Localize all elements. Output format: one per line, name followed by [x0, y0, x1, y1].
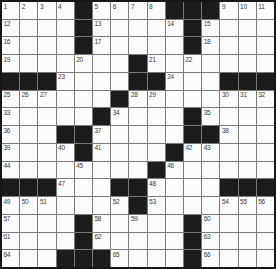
- white-cell-r1c6[interactable]: 5: [93, 2, 110, 19]
- clue-number-48: 48: [149, 180, 156, 187]
- clue-number-47: 47: [58, 180, 65, 187]
- white-cell-r13c4[interactable]: [57, 215, 74, 232]
- white-cell-r1c4[interactable]: 4: [57, 2, 74, 19]
- white-cell-r10c13[interactable]: [220, 162, 237, 179]
- white-cell-r12c12[interactable]: [202, 197, 219, 214]
- white-cell-r8c2[interactable]: [20, 126, 37, 143]
- black-cell-r14c5: [75, 233, 92, 250]
- black-cell-r5c15: [257, 73, 274, 90]
- clue-number-63: 63: [204, 233, 211, 240]
- white-cell-r8c3[interactable]: [38, 126, 55, 143]
- white-cell-r9c7[interactable]: [111, 144, 128, 161]
- white-cell-r2c7[interactable]: [111, 20, 128, 37]
- white-cell-r12c7[interactable]: 52: [111, 197, 128, 214]
- white-cell-r7c14[interactable]: [239, 108, 256, 125]
- black-cell-r4c8: [129, 55, 146, 72]
- white-cell-r7c7[interactable]: 34: [111, 108, 128, 125]
- white-cell-r5c11[interactable]: [184, 73, 201, 90]
- black-cell-r13c11: [184, 215, 201, 232]
- black-cell-r11c2: [20, 179, 37, 196]
- white-cell-r13c9[interactable]: [148, 215, 165, 232]
- white-cell-r6c13[interactable]: 30: [220, 91, 237, 108]
- white-cell-r1c1[interactable]: 1: [2, 2, 19, 19]
- white-cell-r14c6[interactable]: 62: [93, 233, 110, 250]
- white-cell-r6c15[interactable]: 32: [257, 91, 274, 108]
- clue-number-64: 64: [4, 251, 11, 258]
- white-cell-r14c8[interactable]: [129, 233, 146, 250]
- white-cell-r1c2[interactable]: 2: [20, 2, 37, 19]
- clue-number-53: 53: [149, 198, 156, 205]
- black-cell-r11c13: [220, 179, 237, 196]
- clue-number-15: 15: [204, 20, 211, 27]
- white-cell-r1c14[interactable]: 10: [239, 2, 256, 19]
- white-cell-r9c6[interactable]: 41: [93, 144, 110, 161]
- white-cell-r4c9[interactable]: 21: [148, 55, 165, 72]
- white-cell-r11c10[interactable]: [166, 179, 183, 196]
- white-cell-r2c6[interactable]: 13: [93, 20, 110, 37]
- clue-number-10: 10: [240, 3, 247, 10]
- clue-number-59: 59: [131, 215, 138, 222]
- white-cell-r13c8[interactable]: 59: [129, 215, 146, 232]
- black-cell-r7c6: [93, 108, 110, 125]
- white-cell-r9c2[interactable]: [20, 144, 37, 161]
- clue-number-56: 56: [258, 198, 265, 205]
- clue-number-22: 22: [186, 56, 193, 63]
- white-cell-r3c14[interactable]: [239, 37, 256, 54]
- white-cell-r10c1[interactable]: 44: [2, 162, 19, 179]
- white-cell-r5c10[interactable]: 24: [166, 73, 183, 90]
- white-cell-r9c11[interactable]: 42: [184, 144, 201, 161]
- white-cell-r14c7[interactable]: [111, 233, 128, 250]
- white-cell-r5c4[interactable]: 23: [57, 73, 74, 90]
- white-cell-r3c6[interactable]: 17: [93, 37, 110, 54]
- white-cell-r4c12[interactable]: [202, 55, 219, 72]
- white-cell-r4c7[interactable]: [111, 55, 128, 72]
- clue-number-16: 16: [4, 38, 11, 45]
- white-cell-r11c4[interactable]: 47: [57, 179, 74, 196]
- clue-number-39: 39: [4, 144, 11, 151]
- white-cell-r8c1[interactable]: 36: [2, 126, 19, 143]
- white-cell-r15c15[interactable]: [257, 250, 274, 267]
- white-cell-r15c14[interactable]: [239, 250, 256, 267]
- white-cell-r14c15[interactable]: [257, 233, 274, 250]
- white-cell-r15c8[interactable]: [129, 250, 146, 267]
- clue-number-12: 12: [4, 20, 11, 27]
- white-cell-r6c14[interactable]: 31: [239, 91, 256, 108]
- white-cell-r8c9[interactable]: [148, 126, 165, 143]
- clue-number-57: 57: [4, 215, 11, 222]
- black-cell-r11c15: [257, 179, 274, 196]
- white-cell-r4c11[interactable]: 22: [184, 55, 201, 72]
- white-cell-r14c2[interactable]: [20, 233, 37, 250]
- clue-number-61: 61: [4, 233, 11, 240]
- white-cell-r10c10[interactable]: 46: [166, 162, 183, 179]
- white-cell-r2c8[interactable]: [129, 20, 146, 37]
- clue-number-52: 52: [113, 198, 120, 205]
- white-cell-r15c13[interactable]: [220, 250, 237, 267]
- white-cell-r12c9[interactable]: 53: [148, 197, 165, 214]
- white-cell-r4c14[interactable]: [239, 55, 256, 72]
- white-cell-r1c9[interactable]: 8: [148, 2, 165, 19]
- white-cell-r12c4[interactable]: [57, 197, 74, 214]
- white-cell-r3c10[interactable]: [166, 37, 183, 54]
- white-cell-r13c1[interactable]: 57: [2, 215, 19, 232]
- white-cell-r4c3[interactable]: [38, 55, 55, 72]
- white-cell-r14c1[interactable]: 61: [2, 233, 19, 250]
- white-cell-r14c4[interactable]: [57, 233, 74, 250]
- clue-number-49: 49: [4, 198, 11, 205]
- black-cell-r5c2: [20, 73, 37, 90]
- white-cell-r8c14[interactable]: [239, 126, 256, 143]
- white-cell-r8c6[interactable]: 37: [93, 126, 110, 143]
- white-cell-r11c12[interactable]: [202, 179, 219, 196]
- clue-number-28: 28: [131, 91, 138, 98]
- white-cell-r8c13[interactable]: 38: [220, 126, 237, 143]
- white-cell-r14c10[interactable]: [166, 233, 183, 250]
- white-cell-r15c12[interactable]: 66: [202, 250, 219, 267]
- white-cell-r14c14[interactable]: [239, 233, 256, 250]
- white-cell-r12c5[interactable]: [75, 197, 92, 214]
- white-cell-r2c13[interactable]: [220, 20, 237, 37]
- clue-number-5: 5: [95, 3, 98, 10]
- black-cell-r3c5: [75, 37, 92, 54]
- white-cell-r7c15[interactable]: [257, 108, 274, 125]
- white-cell-r2c12[interactable]: 15: [202, 20, 219, 37]
- clue-number-55: 55: [240, 198, 247, 205]
- black-cell-r1c5: [75, 2, 92, 19]
- clue-number-36: 36: [4, 127, 11, 134]
- white-cell-r4c10[interactable]: [166, 55, 183, 72]
- white-cell-r9c8[interactable]: [129, 144, 146, 161]
- white-cell-r10c7[interactable]: [111, 162, 128, 179]
- black-cell-r8c5: [75, 126, 92, 143]
- white-cell-r12c2[interactable]: 50: [20, 197, 37, 214]
- white-cell-r1c15[interactable]: 11: [257, 2, 274, 19]
- black-cell-r5c14: [239, 73, 256, 90]
- clue-number-44: 44: [4, 162, 11, 169]
- clue-number-6: 6: [113, 3, 116, 10]
- white-cell-r7c4[interactable]: [57, 108, 74, 125]
- clue-number-65: 65: [113, 251, 120, 258]
- white-cell-r3c4[interactable]: [57, 37, 74, 54]
- black-cell-r5c9: [148, 73, 165, 90]
- white-cell-r11c5[interactable]: [75, 179, 92, 196]
- white-cell-r10c2[interactable]: [20, 162, 37, 179]
- white-cell-r4c6[interactable]: [93, 55, 110, 72]
- clue-number-11: 11: [258, 3, 264, 10]
- white-cell-r1c7[interactable]: 6: [111, 2, 128, 19]
- white-cell-r4c4[interactable]: [57, 55, 74, 72]
- black-cell-r1c10: [166, 2, 183, 19]
- white-cell-r6c9[interactable]: 29: [148, 91, 165, 108]
- white-cell-r2c10[interactable]: 14: [166, 20, 183, 37]
- clue-number-51: 51: [40, 198, 47, 205]
- white-cell-r9c14[interactable]: [239, 144, 256, 161]
- white-cell-r13c13[interactable]: [220, 215, 237, 232]
- black-cell-r3c11: [184, 37, 201, 54]
- white-cell-r7c12[interactable]: 35: [202, 108, 219, 125]
- clue-number-54: 54: [222, 198, 229, 205]
- black-cell-r5c3: [38, 73, 55, 90]
- white-cell-r2c3[interactable]: [38, 20, 55, 37]
- crossword-grid: 1234567891011121314151617181920212223242…: [0, 0, 276, 269]
- black-cell-r14c11: [184, 233, 201, 250]
- black-cell-r5c13: [220, 73, 237, 90]
- clue-number-9: 9: [222, 3, 225, 10]
- white-cell-r12c11[interactable]: [184, 197, 201, 214]
- black-cell-r5c8: [129, 73, 146, 90]
- clue-number-24: 24: [167, 73, 174, 80]
- white-cell-r15c7[interactable]: 65: [111, 250, 128, 267]
- black-cell-r11c8: [129, 179, 146, 196]
- white-cell-r15c1[interactable]: 64: [2, 250, 19, 267]
- clue-number-4: 4: [58, 3, 61, 10]
- white-cell-r2c14[interactable]: [239, 20, 256, 37]
- clue-number-26: 26: [22, 91, 29, 98]
- white-cell-r7c9[interactable]: [148, 108, 165, 125]
- white-cell-r3c2[interactable]: [20, 37, 37, 54]
- white-cell-r12c13[interactable]: 54: [220, 197, 237, 214]
- clue-number-35: 35: [204, 109, 211, 116]
- white-cell-r3c7[interactable]: [111, 37, 128, 54]
- black-cell-r11c3: [38, 179, 55, 196]
- white-cell-r9c3[interactable]: [38, 144, 55, 161]
- white-cell-r3c9[interactable]: [148, 37, 165, 54]
- white-cell-r15c2[interactable]: [20, 250, 37, 267]
- white-cell-r6c11[interactable]: [184, 91, 201, 108]
- white-cell-r12c14[interactable]: 55: [239, 197, 256, 214]
- white-cell-r8c15[interactable]: [257, 126, 274, 143]
- white-cell-r6c10[interactable]: [166, 91, 183, 108]
- white-cell-r14c9[interactable]: [148, 233, 165, 250]
- white-cell-r12c3[interactable]: 51: [38, 197, 55, 214]
- white-cell-r8c10[interactable]: [166, 126, 183, 143]
- white-cell-r7c8[interactable]: [129, 108, 146, 125]
- white-cell-r3c8[interactable]: [129, 37, 146, 54]
- white-cell-r5c6[interactable]: [93, 73, 110, 90]
- white-cell-r10c3[interactable]: [38, 162, 55, 179]
- white-cell-r14c13[interactable]: [220, 233, 237, 250]
- white-cell-r13c15[interactable]: [257, 215, 274, 232]
- white-cell-r10c14[interactable]: [239, 162, 256, 179]
- white-cell-r10c5[interactable]: 45: [75, 162, 92, 179]
- clue-number-1: 1: [4, 3, 7, 10]
- clue-number-19: 19: [4, 56, 11, 63]
- white-cell-r13c14[interactable]: [239, 215, 256, 232]
- black-cell-r2c5: [75, 20, 92, 37]
- clue-number-34: 34: [113, 109, 120, 116]
- clue-number-14: 14: [167, 20, 174, 27]
- white-cell-r13c12[interactable]: 60: [202, 215, 219, 232]
- black-cell-r9c10: [166, 144, 183, 161]
- white-cell-r14c12[interactable]: 63: [202, 233, 219, 250]
- white-cell-r13c2[interactable]: [20, 215, 37, 232]
- white-cell-r5c12[interactable]: [202, 73, 219, 90]
- black-cell-r9c5: [75, 144, 92, 161]
- black-cell-r8c4: [57, 126, 74, 143]
- white-cell-r1c3[interactable]: 3: [38, 2, 55, 19]
- white-cell-r4c5[interactable]: 20: [75, 55, 92, 72]
- black-cell-r10c9: [148, 162, 165, 179]
- white-cell-r11c11[interactable]: [184, 179, 201, 196]
- white-cell-r3c1[interactable]: 16: [2, 37, 19, 54]
- clue-number-37: 37: [95, 127, 102, 134]
- white-cell-r13c10[interactable]: [166, 215, 183, 232]
- clue-number-66: 66: [204, 251, 211, 258]
- white-cell-r10c8[interactable]: [129, 162, 146, 179]
- white-cell-r6c5[interactable]: [75, 91, 92, 108]
- clue-number-43: 43: [204, 144, 211, 151]
- black-cell-r12c8: [129, 197, 146, 214]
- white-cell-r12c15[interactable]: 56: [257, 197, 274, 214]
- white-cell-r9c9[interactable]: [148, 144, 165, 161]
- white-cell-r5c7[interactable]: [111, 73, 128, 90]
- white-cell-r13c6[interactable]: 58: [93, 215, 110, 232]
- black-cell-r11c14: [239, 179, 256, 196]
- white-cell-r2c4[interactable]: [57, 20, 74, 37]
- clue-number-20: 20: [76, 56, 83, 63]
- clue-number-46: 46: [167, 162, 174, 169]
- clue-number-45: 45: [76, 162, 83, 169]
- white-cell-r4c15[interactable]: [257, 55, 274, 72]
- black-cell-r1c11: [184, 2, 201, 19]
- white-cell-r14c3[interactable]: [38, 233, 55, 250]
- white-cell-r7c1[interactable]: 33: [2, 108, 19, 125]
- white-cell-r4c2[interactable]: [20, 55, 37, 72]
- clue-number-13: 13: [95, 20, 102, 27]
- clue-number-25: 25: [4, 91, 11, 98]
- white-cell-r3c15[interactable]: [257, 37, 274, 54]
- black-cell-r15c6: [93, 250, 110, 267]
- white-cell-r10c11[interactable]: [184, 162, 201, 179]
- white-cell-r6c4[interactable]: [57, 91, 74, 108]
- white-cell-r4c13[interactable]: [220, 55, 237, 72]
- clue-number-58: 58: [95, 215, 102, 222]
- black-cell-r13c5: [75, 215, 92, 232]
- black-cell-r2c11: [184, 20, 201, 37]
- white-cell-r9c4[interactable]: 40: [57, 144, 74, 161]
- black-cell-r15c5: [75, 250, 92, 267]
- black-cell-r7c11: [184, 108, 201, 125]
- black-cell-r1c12: [202, 2, 219, 19]
- black-cell-r6c7: [111, 91, 128, 108]
- black-cell-r8c11: [184, 126, 201, 143]
- white-cell-r5c5[interactable]: [75, 73, 92, 90]
- black-cell-r8c12: [202, 126, 219, 143]
- white-cell-r9c1[interactable]: 39: [2, 144, 19, 161]
- white-cell-r7c10[interactable]: [166, 108, 183, 125]
- white-cell-r12c10[interactable]: [166, 197, 183, 214]
- black-cell-r15c11: [184, 250, 201, 267]
- clue-number-62: 62: [95, 233, 102, 240]
- white-cell-r15c10[interactable]: [166, 250, 183, 267]
- white-cell-r11c9[interactable]: 48: [148, 179, 165, 196]
- white-cell-r10c4[interactable]: [57, 162, 74, 179]
- white-cell-r7c5[interactable]: [75, 108, 92, 125]
- clue-number-17: 17: [95, 38, 102, 45]
- black-cell-r15c4: [57, 250, 74, 267]
- white-cell-r10c6[interactable]: [93, 162, 110, 179]
- white-cell-r15c3[interactable]: [38, 250, 55, 267]
- clue-number-41: 41: [95, 144, 102, 151]
- clue-number-32: 32: [258, 91, 265, 98]
- black-cell-r11c1: [2, 179, 19, 196]
- white-cell-r6c1[interactable]: 25: [2, 91, 19, 108]
- white-cell-r9c13[interactable]: [220, 144, 237, 161]
- clue-number-2: 2: [22, 3, 25, 10]
- clue-number-7: 7: [131, 3, 134, 10]
- clue-number-30: 30: [222, 91, 229, 98]
- clue-number-50: 50: [22, 198, 29, 205]
- white-cell-r9c15[interactable]: [257, 144, 274, 161]
- clue-number-33: 33: [4, 109, 11, 116]
- white-cell-r10c15[interactable]: [257, 162, 274, 179]
- white-cell-r3c3[interactable]: [38, 37, 55, 54]
- black-cell-r11c7: [111, 179, 128, 196]
- white-cell-r2c9[interactable]: [148, 20, 165, 37]
- white-cell-r6c6[interactable]: [93, 91, 110, 108]
- white-cell-r12c6[interactable]: [93, 197, 110, 214]
- black-cell-r5c1: [2, 73, 19, 90]
- clue-number-60: 60: [204, 215, 211, 222]
- white-cell-r13c3[interactable]: [38, 215, 55, 232]
- clue-number-42: 42: [186, 144, 193, 151]
- clue-number-3: 3: [40, 3, 43, 10]
- white-cell-r2c15[interactable]: [257, 20, 274, 37]
- white-cell-r13c7[interactable]: [111, 215, 128, 232]
- white-cell-r1c8[interactable]: 7: [129, 2, 146, 19]
- white-cell-r1c13[interactable]: 9: [220, 2, 237, 19]
- white-cell-r2c1[interactable]: 12: [2, 20, 19, 37]
- white-cell-r2c2[interactable]: [20, 20, 37, 37]
- clue-number-8: 8: [149, 3, 152, 10]
- white-cell-r6c8[interactable]: 28: [129, 91, 146, 108]
- clue-number-23: 23: [58, 73, 65, 80]
- white-cell-r10c12[interactable]: [202, 162, 219, 179]
- white-cell-r11c6[interactable]: [93, 179, 110, 196]
- white-cell-r6c2[interactable]: 26: [20, 91, 37, 108]
- white-cell-r6c12[interactable]: [202, 91, 219, 108]
- clue-number-31: 31: [240, 91, 247, 98]
- white-cell-r3c12[interactable]: 18: [202, 37, 219, 54]
- white-cell-r7c13[interactable]: [220, 108, 237, 125]
- white-cell-r7c3[interactable]: [38, 108, 55, 125]
- white-cell-r8c8[interactable]: [129, 126, 146, 143]
- clue-number-29: 29: [149, 91, 156, 98]
- white-cell-r12c1[interactable]: 49: [2, 197, 19, 214]
- clue-number-21: 21: [149, 56, 156, 63]
- white-cell-r15c9[interactable]: [148, 250, 165, 267]
- white-cell-r9c12[interactable]: 43: [202, 144, 219, 161]
- white-cell-r8c7[interactable]: [111, 126, 128, 143]
- clue-number-18: 18: [204, 38, 211, 45]
- clue-number-27: 27: [40, 91, 47, 98]
- white-cell-r4c1[interactable]: 19: [2, 55, 19, 72]
- clue-number-40: 40: [58, 144, 65, 151]
- white-cell-r7c2[interactable]: [20, 108, 37, 125]
- clue-number-38: 38: [222, 127, 229, 134]
- white-cell-r3c13[interactable]: [220, 37, 237, 54]
- white-cell-r6c3[interactable]: 27: [38, 91, 55, 108]
